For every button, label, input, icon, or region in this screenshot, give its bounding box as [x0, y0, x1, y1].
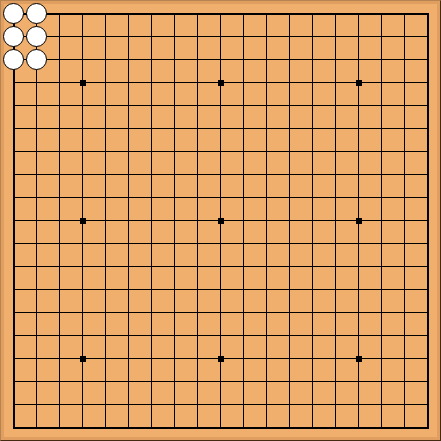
point-T4[interactable]	[416, 347, 439, 370]
point-O12[interactable]	[301, 163, 324, 186]
point-A1[interactable]	[2, 416, 25, 439]
point-R13[interactable]	[370, 140, 393, 163]
point-D15[interactable]	[71, 94, 94, 117]
point-G3[interactable]	[140, 370, 163, 393]
point-N5[interactable]	[278, 324, 301, 347]
point-G12[interactable]	[140, 163, 163, 186]
point-J2[interactable]	[186, 393, 209, 416]
point-A11[interactable]	[2, 186, 25, 209]
point-T10[interactable]	[416, 209, 439, 232]
point-R4[interactable]	[370, 347, 393, 370]
point-M17[interactable]	[255, 48, 278, 71]
point-J7[interactable]	[186, 278, 209, 301]
point-E10[interactable]	[94, 209, 117, 232]
point-C11[interactable]	[48, 186, 71, 209]
point-B3[interactable]	[25, 370, 48, 393]
point-J16[interactable]	[186, 71, 209, 94]
point-B4[interactable]	[25, 347, 48, 370]
point-R15[interactable]	[370, 94, 393, 117]
point-C9[interactable]	[48, 232, 71, 255]
point-P8[interactable]	[324, 255, 347, 278]
point-R2[interactable]	[370, 393, 393, 416]
point-K2[interactable]	[209, 393, 232, 416]
point-L17[interactable]	[232, 48, 255, 71]
point-L19[interactable]	[232, 2, 255, 25]
point-P16[interactable]	[324, 71, 347, 94]
point-N8[interactable]	[278, 255, 301, 278]
point-C12[interactable]	[48, 163, 71, 186]
point-N17[interactable]	[278, 48, 301, 71]
point-D8[interactable]	[71, 255, 94, 278]
point-L12[interactable]	[232, 163, 255, 186]
point-G6[interactable]	[140, 301, 163, 324]
point-G5[interactable]	[140, 324, 163, 347]
point-S16[interactable]	[393, 71, 416, 94]
point-O1[interactable]	[301, 416, 324, 439]
point-K18[interactable]	[209, 25, 232, 48]
point-G15[interactable]	[140, 94, 163, 117]
point-L16[interactable]	[232, 71, 255, 94]
point-M2[interactable]	[255, 393, 278, 416]
point-O18[interactable]	[301, 25, 324, 48]
point-N13[interactable]	[278, 140, 301, 163]
point-M7[interactable]	[255, 278, 278, 301]
point-L2[interactable]	[232, 393, 255, 416]
point-N11[interactable]	[278, 186, 301, 209]
point-G19[interactable]	[140, 2, 163, 25]
point-F18[interactable]	[117, 25, 140, 48]
point-H19[interactable]	[163, 2, 186, 25]
point-A3[interactable]	[2, 370, 25, 393]
point-T14[interactable]	[416, 117, 439, 140]
point-D7[interactable]	[71, 278, 94, 301]
point-A17[interactable]	[2, 48, 25, 71]
point-D17[interactable]	[71, 48, 94, 71]
point-K14[interactable]	[209, 117, 232, 140]
point-P2[interactable]	[324, 393, 347, 416]
point-T13[interactable]	[416, 140, 439, 163]
point-N16[interactable]	[278, 71, 301, 94]
point-T2[interactable]	[416, 393, 439, 416]
point-N18[interactable]	[278, 25, 301, 48]
point-J18[interactable]	[186, 25, 209, 48]
point-G16[interactable]	[140, 71, 163, 94]
point-B1[interactable]	[25, 416, 48, 439]
point-R19[interactable]	[370, 2, 393, 25]
point-M18[interactable]	[255, 25, 278, 48]
point-T12[interactable]	[416, 163, 439, 186]
point-H5[interactable]	[163, 324, 186, 347]
point-A13[interactable]	[2, 140, 25, 163]
point-L7[interactable]	[232, 278, 255, 301]
point-M5[interactable]	[255, 324, 278, 347]
point-J14[interactable]	[186, 117, 209, 140]
point-P13[interactable]	[324, 140, 347, 163]
point-N14[interactable]	[278, 117, 301, 140]
point-S19[interactable]	[393, 2, 416, 25]
point-R7[interactable]	[370, 278, 393, 301]
point-F4[interactable]	[117, 347, 140, 370]
point-C17[interactable]	[48, 48, 71, 71]
point-H6[interactable]	[163, 301, 186, 324]
point-F9[interactable]	[117, 232, 140, 255]
point-M6[interactable]	[255, 301, 278, 324]
point-D18[interactable]	[71, 25, 94, 48]
point-K4[interactable]	[209, 347, 232, 370]
point-M4[interactable]	[255, 347, 278, 370]
point-C13[interactable]	[48, 140, 71, 163]
point-L5[interactable]	[232, 324, 255, 347]
point-D19[interactable]	[71, 2, 94, 25]
point-L4[interactable]	[232, 347, 255, 370]
point-Q7[interactable]	[347, 278, 370, 301]
point-S15[interactable]	[393, 94, 416, 117]
point-C15[interactable]	[48, 94, 71, 117]
point-C18[interactable]	[48, 25, 71, 48]
point-A6[interactable]	[2, 301, 25, 324]
point-P17[interactable]	[324, 48, 347, 71]
point-Q10[interactable]	[347, 209, 370, 232]
point-H4[interactable]	[163, 347, 186, 370]
point-G8[interactable]	[140, 255, 163, 278]
point-G1[interactable]	[140, 416, 163, 439]
point-E16[interactable]	[94, 71, 117, 94]
point-M3[interactable]	[255, 370, 278, 393]
point-K11[interactable]	[209, 186, 232, 209]
point-K10[interactable]	[209, 209, 232, 232]
point-H2[interactable]	[163, 393, 186, 416]
point-M13[interactable]	[255, 140, 278, 163]
point-S18[interactable]	[393, 25, 416, 48]
point-E11[interactable]	[94, 186, 117, 209]
point-T8[interactable]	[416, 255, 439, 278]
point-Q1[interactable]	[347, 416, 370, 439]
point-F14[interactable]	[117, 117, 140, 140]
point-S12[interactable]	[393, 163, 416, 186]
point-E19[interactable]	[94, 2, 117, 25]
point-C14[interactable]	[48, 117, 71, 140]
point-M16[interactable]	[255, 71, 278, 94]
point-L8[interactable]	[232, 255, 255, 278]
point-J11[interactable]	[186, 186, 209, 209]
point-K8[interactable]	[209, 255, 232, 278]
point-G11[interactable]	[140, 186, 163, 209]
point-O7[interactable]	[301, 278, 324, 301]
point-E18[interactable]	[94, 25, 117, 48]
point-D16[interactable]	[71, 71, 94, 94]
point-O11[interactable]	[301, 186, 324, 209]
point-K13[interactable]	[209, 140, 232, 163]
point-B13[interactable]	[25, 140, 48, 163]
point-E2[interactable]	[94, 393, 117, 416]
point-J13[interactable]	[186, 140, 209, 163]
point-O14[interactable]	[301, 117, 324, 140]
point-A15[interactable]	[2, 94, 25, 117]
point-D1[interactable]	[71, 416, 94, 439]
point-N12[interactable]	[278, 163, 301, 186]
point-F10[interactable]	[117, 209, 140, 232]
point-O10[interactable]	[301, 209, 324, 232]
point-R5[interactable]	[370, 324, 393, 347]
point-N19[interactable]	[278, 2, 301, 25]
point-S5[interactable]	[393, 324, 416, 347]
point-M11[interactable]	[255, 186, 278, 209]
point-O6[interactable]	[301, 301, 324, 324]
point-T3[interactable]	[416, 370, 439, 393]
point-S17[interactable]	[393, 48, 416, 71]
point-G10[interactable]	[140, 209, 163, 232]
point-K6[interactable]	[209, 301, 232, 324]
point-R18[interactable]	[370, 25, 393, 48]
point-K7[interactable]	[209, 278, 232, 301]
point-B14[interactable]	[25, 117, 48, 140]
point-J1[interactable]	[186, 416, 209, 439]
point-H16[interactable]	[163, 71, 186, 94]
point-K17[interactable]	[209, 48, 232, 71]
point-A16[interactable]	[2, 71, 25, 94]
point-L13[interactable]	[232, 140, 255, 163]
point-J17[interactable]	[186, 48, 209, 71]
point-S7[interactable]	[393, 278, 416, 301]
point-Q17[interactable]	[347, 48, 370, 71]
point-A2[interactable]	[2, 393, 25, 416]
point-J5[interactable]	[186, 324, 209, 347]
point-Q13[interactable]	[347, 140, 370, 163]
point-D2[interactable]	[71, 393, 94, 416]
point-P3[interactable]	[324, 370, 347, 393]
point-A10[interactable]	[2, 209, 25, 232]
point-H11[interactable]	[163, 186, 186, 209]
point-C3[interactable]	[48, 370, 71, 393]
point-R8[interactable]	[370, 255, 393, 278]
point-E5[interactable]	[94, 324, 117, 347]
point-F5[interactable]	[117, 324, 140, 347]
point-F8[interactable]	[117, 255, 140, 278]
point-S4[interactable]	[393, 347, 416, 370]
point-A4[interactable]	[2, 347, 25, 370]
point-P12[interactable]	[324, 163, 347, 186]
point-P9[interactable]	[324, 232, 347, 255]
point-F15[interactable]	[117, 94, 140, 117]
point-E4[interactable]	[94, 347, 117, 370]
point-T17[interactable]	[416, 48, 439, 71]
point-F3[interactable]	[117, 370, 140, 393]
point-S13[interactable]	[393, 140, 416, 163]
point-O15[interactable]	[301, 94, 324, 117]
point-T19[interactable]	[416, 2, 439, 25]
point-S10[interactable]	[393, 209, 416, 232]
point-A8[interactable]	[2, 255, 25, 278]
point-K3[interactable]	[209, 370, 232, 393]
point-F17[interactable]	[117, 48, 140, 71]
point-L18[interactable]	[232, 25, 255, 48]
point-C6[interactable]	[48, 301, 71, 324]
point-F6[interactable]	[117, 301, 140, 324]
point-S2[interactable]	[393, 393, 416, 416]
point-N3[interactable]	[278, 370, 301, 393]
point-B8[interactable]	[25, 255, 48, 278]
point-N15[interactable]	[278, 94, 301, 117]
point-L9[interactable]	[232, 232, 255, 255]
point-G9[interactable]	[140, 232, 163, 255]
point-B6[interactable]	[25, 301, 48, 324]
point-S6[interactable]	[393, 301, 416, 324]
point-P1[interactable]	[324, 416, 347, 439]
point-C10[interactable]	[48, 209, 71, 232]
point-D13[interactable]	[71, 140, 94, 163]
point-Q15[interactable]	[347, 94, 370, 117]
point-S14[interactable]	[393, 117, 416, 140]
point-D4[interactable]	[71, 347, 94, 370]
point-E17[interactable]	[94, 48, 117, 71]
point-E8[interactable]	[94, 255, 117, 278]
point-C4[interactable]	[48, 347, 71, 370]
point-M1[interactable]	[255, 416, 278, 439]
point-D9[interactable]	[71, 232, 94, 255]
point-B12[interactable]	[25, 163, 48, 186]
point-N2[interactable]	[278, 393, 301, 416]
point-R11[interactable]	[370, 186, 393, 209]
point-Q9[interactable]	[347, 232, 370, 255]
point-Q16[interactable]	[347, 71, 370, 94]
point-Q4[interactable]	[347, 347, 370, 370]
point-E1[interactable]	[94, 416, 117, 439]
point-P6[interactable]	[324, 301, 347, 324]
point-M12[interactable]	[255, 163, 278, 186]
point-H18[interactable]	[163, 25, 186, 48]
point-E7[interactable]	[94, 278, 117, 301]
point-L14[interactable]	[232, 117, 255, 140]
point-B5[interactable]	[25, 324, 48, 347]
point-G17[interactable]	[140, 48, 163, 71]
point-J3[interactable]	[186, 370, 209, 393]
point-O5[interactable]	[301, 324, 324, 347]
point-R17[interactable]	[370, 48, 393, 71]
point-Q12[interactable]	[347, 163, 370, 186]
point-K19[interactable]	[209, 2, 232, 25]
point-A12[interactable]	[2, 163, 25, 186]
point-P15[interactable]	[324, 94, 347, 117]
point-T6[interactable]	[416, 301, 439, 324]
point-N4[interactable]	[278, 347, 301, 370]
point-T15[interactable]	[416, 94, 439, 117]
point-M8[interactable]	[255, 255, 278, 278]
point-O19[interactable]	[301, 2, 324, 25]
point-G13[interactable]	[140, 140, 163, 163]
point-H17[interactable]	[163, 48, 186, 71]
point-O8[interactable]	[301, 255, 324, 278]
point-A5[interactable]	[2, 324, 25, 347]
point-H14[interactable]	[163, 117, 186, 140]
point-B19[interactable]	[25, 2, 48, 25]
point-C7[interactable]	[48, 278, 71, 301]
point-B18[interactable]	[25, 25, 48, 48]
point-E6[interactable]	[94, 301, 117, 324]
point-K12[interactable]	[209, 163, 232, 186]
point-L10[interactable]	[232, 209, 255, 232]
point-L15[interactable]	[232, 94, 255, 117]
point-C16[interactable]	[48, 71, 71, 94]
point-F16[interactable]	[117, 71, 140, 94]
point-T18[interactable]	[416, 25, 439, 48]
point-K15[interactable]	[209, 94, 232, 117]
point-D12[interactable]	[71, 163, 94, 186]
point-Q5[interactable]	[347, 324, 370, 347]
point-A18[interactable]	[2, 25, 25, 48]
point-A19[interactable]	[2, 2, 25, 25]
point-N10[interactable]	[278, 209, 301, 232]
point-C19[interactable]	[48, 2, 71, 25]
point-M14[interactable]	[255, 117, 278, 140]
point-B9[interactable]	[25, 232, 48, 255]
point-B2[interactable]	[25, 393, 48, 416]
point-R3[interactable]	[370, 370, 393, 393]
point-M19[interactable]	[255, 2, 278, 25]
point-B16[interactable]	[25, 71, 48, 94]
point-H10[interactable]	[163, 209, 186, 232]
point-H7[interactable]	[163, 278, 186, 301]
point-A9[interactable]	[2, 232, 25, 255]
point-K9[interactable]	[209, 232, 232, 255]
point-T16[interactable]	[416, 71, 439, 94]
point-L6[interactable]	[232, 301, 255, 324]
point-D14[interactable]	[71, 117, 94, 140]
point-O16[interactable]	[301, 71, 324, 94]
point-P5[interactable]	[324, 324, 347, 347]
point-H8[interactable]	[163, 255, 186, 278]
point-F12[interactable]	[117, 163, 140, 186]
point-N6[interactable]	[278, 301, 301, 324]
point-G4[interactable]	[140, 347, 163, 370]
point-K1[interactable]	[209, 416, 232, 439]
point-Q8[interactable]	[347, 255, 370, 278]
point-Q14[interactable]	[347, 117, 370, 140]
point-M15[interactable]	[255, 94, 278, 117]
point-K5[interactable]	[209, 324, 232, 347]
point-D5[interactable]	[71, 324, 94, 347]
point-E3[interactable]	[94, 370, 117, 393]
point-E14[interactable]	[94, 117, 117, 140]
point-S8[interactable]	[393, 255, 416, 278]
point-A7[interactable]	[2, 278, 25, 301]
point-Q11[interactable]	[347, 186, 370, 209]
point-B15[interactable]	[25, 94, 48, 117]
point-J6[interactable]	[186, 301, 209, 324]
point-O2[interactable]	[301, 393, 324, 416]
point-F19[interactable]	[117, 2, 140, 25]
point-H1[interactable]	[163, 416, 186, 439]
point-R1[interactable]	[370, 416, 393, 439]
point-D11[interactable]	[71, 186, 94, 209]
point-D10[interactable]	[71, 209, 94, 232]
point-H12[interactable]	[163, 163, 186, 186]
point-O13[interactable]	[301, 140, 324, 163]
point-P14[interactable]	[324, 117, 347, 140]
point-O4[interactable]	[301, 347, 324, 370]
point-T7[interactable]	[416, 278, 439, 301]
point-B17[interactable]	[25, 48, 48, 71]
point-J8[interactable]	[186, 255, 209, 278]
point-P11[interactable]	[324, 186, 347, 209]
point-G18[interactable]	[140, 25, 163, 48]
point-J12[interactable]	[186, 163, 209, 186]
point-E12[interactable]	[94, 163, 117, 186]
point-M9[interactable]	[255, 232, 278, 255]
point-S3[interactable]	[393, 370, 416, 393]
point-J15[interactable]	[186, 94, 209, 117]
point-J19[interactable]	[186, 2, 209, 25]
point-G7[interactable]	[140, 278, 163, 301]
